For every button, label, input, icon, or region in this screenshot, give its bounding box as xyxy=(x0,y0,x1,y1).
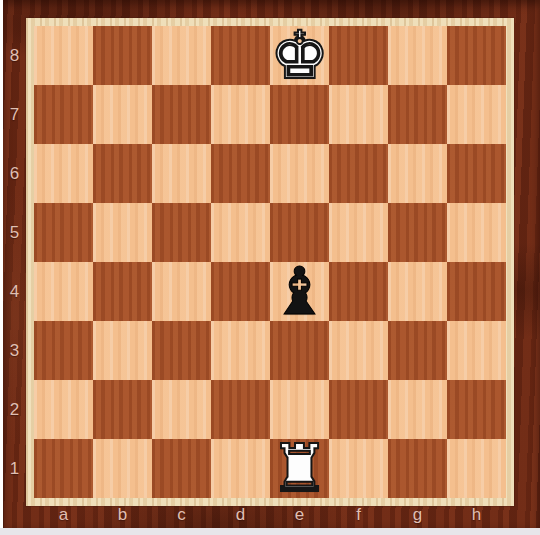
file-label-h: h xyxy=(447,504,506,526)
square-h2[interactable] xyxy=(447,380,506,439)
square-h4[interactable] xyxy=(447,262,506,321)
square-f8[interactable] xyxy=(329,26,388,85)
square-a3[interactable] xyxy=(34,321,93,380)
square-d4[interactable] xyxy=(211,262,270,321)
rank-label-2: 2 xyxy=(3,380,26,439)
square-d1[interactable] xyxy=(211,439,270,498)
square-f2[interactable] xyxy=(329,380,388,439)
square-a5[interactable] xyxy=(34,203,93,262)
square-g6[interactable] xyxy=(388,144,447,203)
square-f5[interactable] xyxy=(329,203,388,262)
square-g8[interactable] xyxy=(388,26,447,85)
square-h1[interactable] xyxy=(447,439,506,498)
rank-label-4: 4 xyxy=(3,262,26,321)
chess-board: ♚♝♜ 87654321 abcdefgh xyxy=(3,0,540,528)
square-d5[interactable] xyxy=(211,203,270,262)
file-label-a: a xyxy=(34,504,93,526)
square-c1[interactable] xyxy=(152,439,211,498)
square-f4[interactable] xyxy=(329,262,388,321)
square-d8[interactable] xyxy=(211,26,270,85)
square-e1[interactable]: ♜ xyxy=(270,439,329,498)
square-f3[interactable] xyxy=(329,321,388,380)
rank-label-6: 6 xyxy=(3,144,26,203)
square-g4[interactable] xyxy=(388,262,447,321)
square-f6[interactable] xyxy=(329,144,388,203)
square-d7[interactable] xyxy=(211,85,270,144)
square-g1[interactable] xyxy=(388,439,447,498)
file-label-g: g xyxy=(388,504,447,526)
square-d6[interactable] xyxy=(211,144,270,203)
square-b2[interactable] xyxy=(93,380,152,439)
file-label-b: b xyxy=(93,504,152,526)
black-bishop[interactable]: ♝ xyxy=(270,262,329,321)
rank-label-5: 5 xyxy=(3,203,26,262)
square-c6[interactable] xyxy=(152,144,211,203)
square-h7[interactable] xyxy=(447,85,506,144)
square-c5[interactable] xyxy=(152,203,211,262)
square-f1[interactable] xyxy=(329,439,388,498)
square-g3[interactable] xyxy=(388,321,447,380)
rank-label-1: 1 xyxy=(3,439,26,498)
square-h6[interactable] xyxy=(447,144,506,203)
square-h3[interactable] xyxy=(447,321,506,380)
square-a7[interactable] xyxy=(34,85,93,144)
square-a4[interactable] xyxy=(34,262,93,321)
square-b8[interactable] xyxy=(93,26,152,85)
square-h8[interactable] xyxy=(447,26,506,85)
white-rook[interactable]: ♜ xyxy=(270,439,329,498)
square-b3[interactable] xyxy=(93,321,152,380)
square-e4[interactable]: ♝ xyxy=(270,262,329,321)
file-label-d: d xyxy=(211,504,270,526)
square-g7[interactable] xyxy=(388,85,447,144)
rank-label-3: 3 xyxy=(3,321,26,380)
square-b4[interactable] xyxy=(93,262,152,321)
rank-label-7: 7 xyxy=(3,85,26,144)
square-c2[interactable] xyxy=(152,380,211,439)
square-a8[interactable] xyxy=(34,26,93,85)
square-c4[interactable] xyxy=(152,262,211,321)
file-label-f: f xyxy=(329,504,388,526)
square-b1[interactable] xyxy=(93,439,152,498)
file-label-e: e xyxy=(270,504,329,526)
file-label-c: c xyxy=(152,504,211,526)
square-d2[interactable] xyxy=(211,380,270,439)
square-g5[interactable] xyxy=(388,203,447,262)
square-a6[interactable] xyxy=(34,144,93,203)
rank-label-8: 8 xyxy=(3,26,26,85)
square-e8[interactable]: ♚ xyxy=(270,26,329,85)
square-b7[interactable] xyxy=(93,85,152,144)
square-f7[interactable] xyxy=(329,85,388,144)
square-b5[interactable] xyxy=(93,203,152,262)
page-bottom-strip xyxy=(0,528,540,535)
square-a2[interactable] xyxy=(34,380,93,439)
square-e6[interactable] xyxy=(270,144,329,203)
square-c3[interactable] xyxy=(152,321,211,380)
white-king[interactable]: ♚ xyxy=(270,26,329,85)
square-d3[interactable] xyxy=(211,321,270,380)
square-b6[interactable] xyxy=(93,144,152,203)
square-h5[interactable] xyxy=(447,203,506,262)
square-a1[interactable] xyxy=(34,439,93,498)
squares-grid: ♚♝♜ xyxy=(34,26,506,498)
square-c7[interactable] xyxy=(152,85,211,144)
square-c8[interactable] xyxy=(152,26,211,85)
square-g2[interactable] xyxy=(388,380,447,439)
